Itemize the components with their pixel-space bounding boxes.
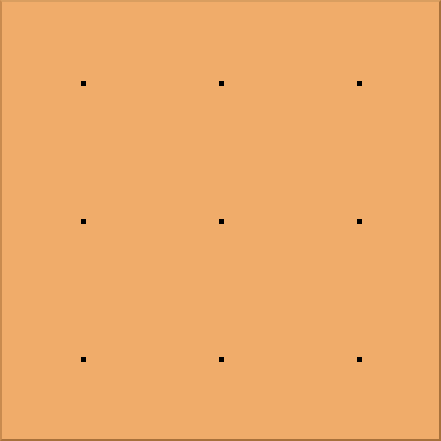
go-board[interactable] bbox=[0, 0, 441, 441]
star-point bbox=[219, 81, 224, 86]
star-point bbox=[81, 219, 86, 224]
star-point bbox=[219, 219, 224, 224]
star-point bbox=[81, 81, 86, 86]
star-point bbox=[219, 357, 224, 362]
board-surface[interactable] bbox=[2, 2, 439, 439]
star-point bbox=[357, 219, 362, 224]
star-point bbox=[357, 357, 362, 362]
star-point bbox=[81, 357, 86, 362]
star-point bbox=[357, 81, 362, 86]
